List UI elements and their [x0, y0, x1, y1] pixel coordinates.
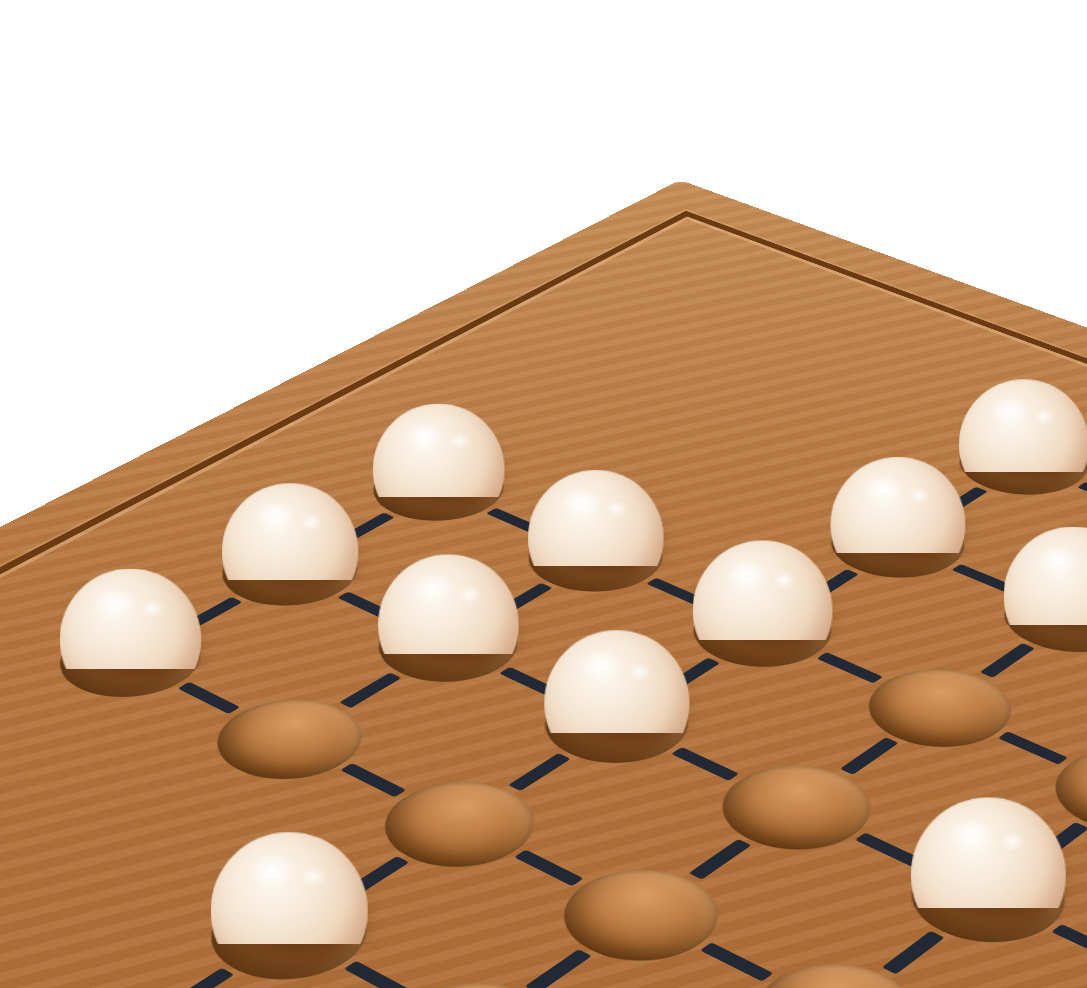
solitaire-board [0, 180, 1087, 988]
photo-canvas [0, 0, 1087, 988]
grid-dash-horizontal [1052, 924, 1087, 963]
scene [0, 0, 1087, 988]
